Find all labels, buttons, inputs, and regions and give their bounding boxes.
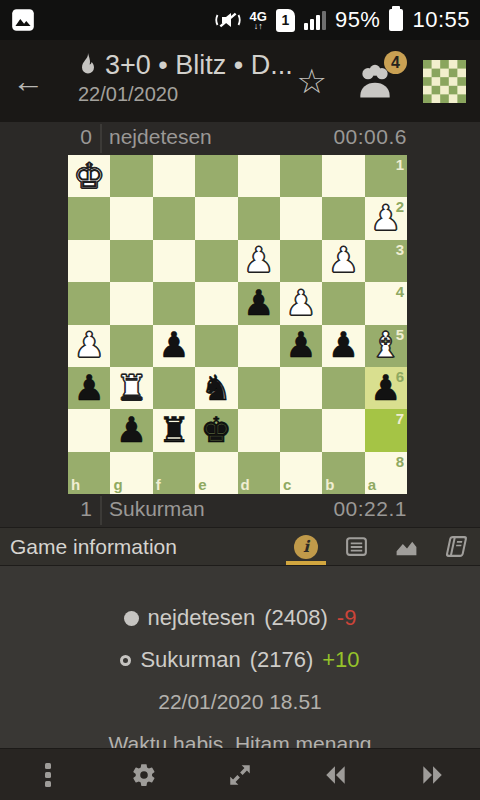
square-b4[interactable] [322, 282, 364, 324]
piece-bP-c5: ♟ [285, 328, 316, 363]
tab-game-information[interactable]: i [292, 528, 320, 565]
app-header: ← 3+0 • Blitz • D... 22/01/2020 ☆ [0, 40, 480, 122]
square-e1[interactable] [195, 155, 237, 197]
black-player-icon [120, 655, 131, 666]
watchers-button[interactable]: 4 [353, 59, 397, 103]
square-d7[interactable] [238, 409, 280, 451]
expand-board-button[interactable] [192, 749, 288, 800]
square-f6[interactable] [153, 367, 195, 409]
square-b7[interactable] [322, 409, 364, 451]
rank-label-4: 4 [396, 284, 404, 299]
board-area: ♚12♟♟♟3♟♟4♟♟♟♟5♝♟♜♞6♟♟♜♚7hgfedcba8 [0, 155, 480, 494]
white-rating-delta: -9 [337, 604, 357, 632]
white-player-name[interactable]: nejdetesen [148, 604, 256, 632]
square-d5[interactable] [238, 325, 280, 367]
gallery-notification-icon [10, 7, 36, 33]
player-top-score: 0 [0, 125, 92, 149]
file-label-g: g [113, 477, 122, 492]
square-h2[interactable] [68, 197, 110, 239]
square-c2[interactable] [280, 197, 322, 239]
game-title: 3+0 • Blitz • D... [105, 50, 293, 81]
square-b5[interactable]: ♟ [322, 325, 364, 367]
white-player-icon [124, 611, 139, 626]
white-player-rating: (2408) [264, 604, 328, 632]
file-label-h: h [71, 477, 80, 492]
player-bottom-score: 1 [0, 497, 92, 521]
square-a2[interactable]: 2♟ [365, 197, 407, 239]
square-c7[interactable] [280, 409, 322, 451]
square-c8[interactable]: c [280, 452, 322, 494]
square-b6[interactable] [322, 367, 364, 409]
square-e2[interactable] [195, 197, 237, 239]
square-b1[interactable] [322, 155, 364, 197]
tab-move-list[interactable] [342, 528, 370, 565]
file-label-e: e [198, 477, 206, 492]
square-b3[interactable]: ♟ [322, 240, 364, 282]
square-h5[interactable]: ♟ [68, 325, 110, 367]
rank-label-2: 2 [396, 199, 404, 214]
player-bar-top: 0 nejdetesen 00:00.6 [0, 122, 480, 155]
square-e4[interactable] [195, 282, 237, 324]
player-bottom-clock: 00:22.1 [333, 497, 407, 521]
piece-wK-h1: ♚ [73, 159, 104, 194]
square-d4[interactable]: ♟ [238, 282, 280, 324]
app-root: 4G ↓↑ 1 95% 10:55 ← 3+0 • Blitz • D... 2… [0, 0, 480, 800]
piece-wP-h5: ♟ [73, 328, 104, 363]
forward-button[interactable] [384, 749, 480, 800]
info-tabs: i [292, 528, 480, 565]
piece-wP-d3: ♟ [243, 243, 274, 278]
square-h3[interactable] [68, 240, 110, 282]
favorite-star-button[interactable]: ☆ [297, 64, 327, 98]
sim-card-icon: 1 [276, 9, 295, 32]
tab-opening-book[interactable] [442, 528, 470, 565]
square-c3[interactable] [280, 240, 322, 282]
piece-wP-b3: ♟ [328, 243, 359, 278]
square-a4[interactable]: 4 [365, 282, 407, 324]
piece-bP-h6: ♟ [73, 371, 104, 406]
square-g2[interactable] [110, 197, 152, 239]
black-player-name[interactable]: Sukurman [140, 646, 240, 674]
square-h8[interactable]: h [68, 452, 110, 494]
square-f4[interactable] [153, 282, 195, 324]
square-a5[interactable]: 5♝ [365, 325, 407, 367]
chart-icon [394, 534, 419, 559]
bottom-toolbar [0, 748, 480, 800]
square-h6[interactable]: ♟ [68, 367, 110, 409]
watchers-count-badge: 4 [384, 51, 407, 74]
network-4g-icon: 4G ↓↑ [250, 10, 267, 31]
book-icon [444, 534, 469, 559]
square-c5[interactable]: ♟ [280, 325, 322, 367]
square-c1[interactable] [280, 155, 322, 197]
square-f3[interactable] [153, 240, 195, 282]
mute-vibrate-icon [215, 7, 241, 33]
square-f1[interactable] [153, 155, 195, 197]
game-information-panel: nejdetesen (2408) -9 Sukurman (2176) +10… [0, 566, 480, 748]
game-datetime: 22/01/2020 18.51 [158, 688, 322, 716]
expand-icon [227, 762, 253, 788]
file-label-f: f [156, 477, 161, 492]
square-e6[interactable]: ♞ [195, 367, 237, 409]
square-a3[interactable]: 3 [365, 240, 407, 282]
black-player-line: Sukurman (2176) +10 [120, 646, 359, 674]
rank-label-8: 8 [396, 454, 404, 469]
square-g6[interactable]: ♜ [110, 367, 152, 409]
score-divider [100, 124, 102, 153]
rank-label-1: 1 [396, 157, 404, 172]
rank-label-3: 3 [396, 242, 404, 257]
rewind-icon [323, 762, 349, 788]
piece-bR-f7: ♜ [158, 413, 189, 448]
black-player-rating: (2176) [250, 646, 314, 674]
status-bar: 4G ↓↑ 1 95% 10:55 [0, 0, 480, 40]
player-bottom-name[interactable]: Sukurman [109, 497, 205, 521]
file-label-d: d [241, 477, 250, 492]
player-top-name[interactable]: nejdetesen [109, 125, 212, 149]
square-g8[interactable]: g [110, 452, 152, 494]
square-g1[interactable] [110, 155, 152, 197]
square-g7[interactable]: ♟ [110, 409, 152, 451]
white-player-line: nejdetesen (2408) -9 [124, 604, 357, 632]
square-c6[interactable] [280, 367, 322, 409]
square-c4[interactable]: ♟ [280, 282, 322, 324]
rewind-button[interactable] [288, 749, 384, 800]
black-rating-delta: +10 [322, 646, 359, 674]
piece-bP-f5: ♟ [158, 328, 189, 363]
square-g5[interactable] [110, 325, 152, 367]
square-h7[interactable] [68, 409, 110, 451]
square-a7[interactable]: 7 [365, 409, 407, 451]
menu-button[interactable] [0, 749, 96, 800]
header-titles: 3+0 • Blitz • D... 22/01/2020 [78, 50, 293, 106]
player-bar-bottom: 1 Sukurman 00:22.1 [0, 494, 480, 527]
file-label-b: b [325, 477, 334, 492]
file-label-c: c [283, 477, 291, 492]
square-d2[interactable] [238, 197, 280, 239]
square-h1[interactable]: ♚ [68, 155, 110, 197]
board-thumbnail-icon[interactable] [423, 60, 466, 103]
battery-icon [389, 9, 403, 31]
square-a6[interactable]: 6♟ [365, 367, 407, 409]
square-b8[interactable]: b [322, 452, 364, 494]
score-divider [100, 496, 102, 525]
square-f5[interactable]: ♟ [153, 325, 195, 367]
game-result: Waktu habis, Hitam menang [108, 730, 371, 748]
kebab-menu-icon [45, 763, 51, 787]
section-bar: Game information i [0, 527, 480, 566]
rank-label-5: 5 [396, 327, 404, 342]
section-title: Game information [0, 535, 177, 559]
square-d8[interactable]: d [238, 452, 280, 494]
square-f2[interactable] [153, 197, 195, 239]
chess-board[interactable]: ♚12♟♟♟3♟♟4♟♟♟♟5♝♟♜♞6♟♟♜♚7hgfedcba8 [68, 155, 407, 494]
piece-wR-g6: ♜ [116, 371, 147, 406]
gear-icon [131, 762, 157, 788]
square-g4[interactable] [110, 282, 152, 324]
square-a8[interactable]: a8 [365, 452, 407, 494]
square-g3[interactable] [110, 240, 152, 282]
settings-button[interactable] [96, 749, 192, 800]
info-icon: i [294, 535, 318, 559]
square-d3[interactable]: ♟ [238, 240, 280, 282]
piece-bP-d4: ♟ [243, 286, 274, 321]
piece-bP-g7: ♟ [116, 413, 147, 448]
fast-forward-icon [419, 762, 445, 788]
player-top-clock: 00:00.6 [333, 125, 407, 149]
square-d6[interactable] [238, 367, 280, 409]
square-e7[interactable]: ♚ [195, 409, 237, 451]
clock-time: 10:55 [412, 7, 470, 33]
square-d1[interactable] [238, 155, 280, 197]
square-f8[interactable]: f [153, 452, 195, 494]
rank-label-6: 6 [396, 369, 404, 384]
square-h4[interactable] [68, 282, 110, 324]
piece-bN-e6: ♞ [201, 371, 232, 406]
tab-analysis-chart[interactable] [392, 528, 420, 565]
game-date: 22/01/2020 [78, 83, 293, 106]
signal-strength-icon [304, 10, 326, 30]
move-list-icon [344, 534, 369, 559]
square-a1[interactable]: 1 [365, 155, 407, 197]
piece-wP-c4: ♟ [285, 286, 316, 321]
square-b2[interactable] [322, 197, 364, 239]
piece-bK-e7: ♚ [201, 413, 232, 448]
blitz-flame-icon [78, 52, 98, 80]
battery-percent: 95% [335, 7, 381, 33]
file-label-a: a [368, 477, 376, 492]
square-f7[interactable]: ♜ [153, 409, 195, 451]
square-e8[interactable]: e [195, 452, 237, 494]
back-button[interactable]: ← [0, 40, 56, 122]
piece-bP-b5: ♟ [328, 328, 359, 363]
square-e5[interactable] [195, 325, 237, 367]
square-e3[interactable] [195, 240, 237, 282]
rank-label-7: 7 [396, 411, 404, 426]
